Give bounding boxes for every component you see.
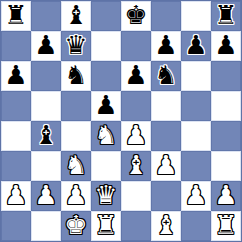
square-b2[interactable]: ♟ (31, 181, 61, 211)
square-a5[interactable] (1, 91, 31, 121)
square-d6[interactable] (91, 61, 121, 91)
square-g4[interactable] (181, 121, 211, 151)
square-h7[interactable]: ♟ (211, 31, 241, 61)
white-queen[interactable]: ♛ (94, 182, 117, 208)
black-rook[interactable]: ♜ (4, 2, 27, 28)
black-pawn[interactable]: ♟ (184, 32, 207, 58)
square-f8[interactable] (151, 1, 181, 31)
square-f4[interactable] (151, 121, 181, 151)
square-e1[interactable] (121, 211, 151, 241)
square-a1[interactable] (1, 211, 31, 241)
square-b4[interactable]: ♝ (31, 121, 61, 151)
square-e6[interactable]: ♟ (121, 61, 151, 91)
black-pawn[interactable]: ♟ (124, 62, 147, 88)
square-d2[interactable]: ♛ (91, 181, 121, 211)
white-knight[interactable]: ♞ (94, 122, 117, 148)
white-pawn[interactable]: ♟ (184, 182, 207, 208)
black-bishop[interactable]: ♝ (64, 2, 87, 28)
white-bishop[interactable]: ♝ (154, 212, 177, 238)
square-b8[interactable] (31, 1, 61, 31)
square-h5[interactable] (211, 91, 241, 121)
square-h8[interactable]: ♜ (211, 1, 241, 31)
square-e8[interactable]: ♚ (121, 1, 151, 31)
white-rook[interactable]: ♜ (94, 212, 117, 238)
square-h3[interactable] (211, 151, 241, 181)
square-g7[interactable]: ♟ (181, 31, 211, 61)
black-knight[interactable]: ♞ (154, 62, 177, 88)
chess-board: ♜♝♚♜♟♛♟♟♟♟♞♟♞♟♝♞♟♞♝♟♟♟♟♛♟♟♚♜♝♜ (0, 0, 242, 242)
square-g2[interactable]: ♟ (181, 181, 211, 211)
square-b6[interactable] (31, 61, 61, 91)
square-f6[interactable]: ♞ (151, 61, 181, 91)
square-c3[interactable]: ♞ (61, 151, 91, 181)
square-a8[interactable]: ♜ (1, 1, 31, 31)
white-king[interactable]: ♚ (64, 212, 87, 238)
black-rook[interactable]: ♜ (214, 2, 237, 28)
square-b1[interactable] (31, 211, 61, 241)
black-pawn[interactable]: ♟ (94, 92, 117, 118)
square-f1[interactable]: ♝ (151, 211, 181, 241)
square-a7[interactable] (1, 31, 31, 61)
square-c1[interactable]: ♚ (61, 211, 91, 241)
square-g5[interactable] (181, 91, 211, 121)
square-a4[interactable] (1, 121, 31, 151)
square-c6[interactable]: ♞ (61, 61, 91, 91)
black-king[interactable]: ♚ (124, 2, 147, 28)
white-pawn[interactable]: ♟ (64, 182, 87, 208)
square-d4[interactable]: ♞ (91, 121, 121, 151)
black-pawn[interactable]: ♟ (154, 32, 177, 58)
square-c4[interactable] (61, 121, 91, 151)
square-c7[interactable]: ♛ (61, 31, 91, 61)
square-d8[interactable] (91, 1, 121, 31)
white-rook[interactable]: ♜ (214, 212, 237, 238)
square-g1[interactable] (181, 211, 211, 241)
square-f5[interactable] (151, 91, 181, 121)
square-a2[interactable]: ♟ (1, 181, 31, 211)
black-knight[interactable]: ♞ (64, 62, 87, 88)
square-g3[interactable] (181, 151, 211, 181)
white-knight[interactable]: ♞ (64, 152, 87, 178)
square-e3[interactable]: ♝ (121, 151, 151, 181)
square-h4[interactable] (211, 121, 241, 151)
black-pawn[interactable]: ♟ (34, 32, 57, 58)
square-c8[interactable]: ♝ (61, 1, 91, 31)
square-f7[interactable]: ♟ (151, 31, 181, 61)
square-f3[interactable]: ♟ (151, 151, 181, 181)
white-pawn[interactable]: ♟ (34, 182, 57, 208)
square-b3[interactable] (31, 151, 61, 181)
square-e5[interactable] (121, 91, 151, 121)
black-bishop[interactable]: ♝ (34, 122, 57, 148)
square-h6[interactable] (211, 61, 241, 91)
square-g6[interactable] (181, 61, 211, 91)
square-g8[interactable] (181, 1, 211, 31)
square-c5[interactable] (61, 91, 91, 121)
square-d3[interactable] (91, 151, 121, 181)
black-queen[interactable]: ♛ (64, 32, 87, 58)
square-d1[interactable]: ♜ (91, 211, 121, 241)
black-pawn[interactable]: ♟ (214, 32, 237, 58)
square-b7[interactable]: ♟ (31, 31, 61, 61)
white-pawn[interactable]: ♟ (124, 122, 147, 148)
square-h1[interactable]: ♜ (211, 211, 241, 241)
square-h2[interactable]: ♟ (211, 181, 241, 211)
square-e2[interactable] (121, 181, 151, 211)
square-f2[interactable] (151, 181, 181, 211)
square-a3[interactable] (1, 151, 31, 181)
square-d7[interactable] (91, 31, 121, 61)
white-pawn[interactable]: ♟ (4, 182, 27, 208)
black-pawn[interactable]: ♟ (4, 62, 27, 88)
square-a6[interactable]: ♟ (1, 61, 31, 91)
square-b5[interactable] (31, 91, 61, 121)
square-d5[interactable]: ♟ (91, 91, 121, 121)
square-e7[interactable] (121, 31, 151, 61)
white-pawn[interactable]: ♟ (214, 182, 237, 208)
white-pawn[interactable]: ♟ (154, 152, 177, 178)
white-bishop[interactable]: ♝ (124, 152, 147, 178)
square-e4[interactable]: ♟ (121, 121, 151, 151)
square-c2[interactable]: ♟ (61, 181, 91, 211)
